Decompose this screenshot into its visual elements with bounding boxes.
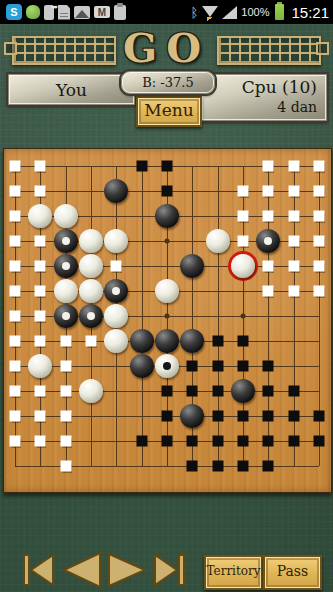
last-move-button[interactable] (151, 553, 187, 587)
black-territory-marker (212, 361, 223, 372)
white-territory-marker (314, 161, 325, 172)
white-territory-marker (10, 411, 21, 422)
white-territory-marker (314, 186, 325, 197)
white-territory-marker (10, 236, 21, 247)
white-stone (79, 254, 103, 278)
white-territory-marker (238, 186, 249, 197)
white-territory-marker (288, 211, 299, 222)
black-stone (180, 254, 204, 278)
black-territory-marker (187, 386, 198, 397)
black-territory-marker (288, 411, 299, 422)
white-territory-marker (111, 261, 122, 272)
white-territory-marker (314, 236, 325, 247)
black-territory-marker (263, 386, 274, 397)
black-territory-marker (162, 411, 173, 422)
black-territory-marker (212, 386, 223, 397)
black-territory-marker (187, 461, 198, 472)
white-territory-marker (60, 436, 71, 447)
hoshi-point (165, 239, 170, 244)
white-territory-marker (238, 211, 249, 222)
hoshi-point (165, 314, 170, 319)
black-territory-marker (162, 386, 173, 397)
black-stone (104, 179, 128, 203)
dead-stone-mark (87, 312, 95, 320)
black-territory-marker (212, 436, 223, 447)
dead-stone-mark (264, 237, 272, 245)
black-stone (155, 329, 179, 353)
white-stone (104, 329, 128, 353)
white-territory-marker (288, 286, 299, 297)
black-territory-marker (162, 186, 173, 197)
white-territory-marker (60, 411, 71, 422)
black-territory-marker (238, 336, 249, 347)
first-move-button[interactable] (21, 553, 57, 587)
black-stone-dead (54, 229, 78, 253)
black-stone-dead (104, 279, 128, 303)
black-territory-marker (136, 436, 147, 447)
white-territory-marker (10, 311, 21, 322)
white-territory-marker (10, 336, 21, 347)
white-stone (28, 354, 52, 378)
white-territory-marker (263, 186, 274, 197)
score-estimate: B: -37.5 (142, 75, 193, 90)
dead-stone-mark (62, 262, 70, 270)
dead-stone-mark (112, 287, 120, 295)
player-you-plaque: You (8, 74, 135, 105)
black-territory-marker (263, 361, 274, 372)
white-territory-marker (288, 236, 299, 247)
player-cpu-label: Cpu (10) (202, 77, 317, 98)
black-stone (155, 204, 179, 228)
white-stone (54, 279, 78, 303)
white-territory-marker (86, 336, 97, 347)
white-territory-marker (35, 386, 46, 397)
white-stone (28, 204, 52, 228)
player-cpu-rank: 4 dan (202, 98, 317, 117)
wifi-icon (202, 6, 218, 19)
score-estimate-plaque: B: -37.5 (121, 71, 215, 94)
white-territory-marker (35, 336, 46, 347)
black-stone-dead (54, 254, 78, 278)
black-territory-marker (288, 386, 299, 397)
white-territory-marker (10, 161, 21, 172)
territory-button[interactable]: Territory (204, 555, 263, 590)
black-territory-marker (238, 461, 249, 472)
white-territory-marker (10, 386, 21, 397)
last-move-bar (179, 555, 184, 585)
dead-stone-mark (62, 237, 70, 245)
player-you-label: You (56, 80, 87, 100)
white-territory-marker (238, 236, 249, 247)
white-territory-marker (263, 261, 274, 272)
black-stone (180, 404, 204, 428)
battery-percent: 100% (241, 6, 269, 18)
next-move-triangle (109, 554, 145, 586)
player-cpu-plaque: Cpu (10) 4 dan (201, 74, 327, 121)
black-territory-marker (136, 161, 147, 172)
white-territory-marker (60, 461, 71, 472)
black-stone-dead (54, 304, 78, 328)
hoshi-point (241, 314, 246, 319)
black-territory-marker (238, 436, 249, 447)
white-territory-marker (314, 211, 325, 222)
green-app-icon (26, 5, 40, 19)
battery-icon (275, 4, 284, 20)
menu-button[interactable]: Menu (136, 96, 202, 127)
white-territory-marker (35, 236, 46, 247)
previous-move-triangle (64, 553, 100, 587)
first-move-bar (24, 555, 29, 585)
white-territory-marker (263, 211, 274, 222)
white-territory-marker (10, 261, 21, 272)
black-territory-marker (212, 411, 223, 422)
white-territory-marker (263, 286, 274, 297)
signal-icon (222, 6, 237, 19)
white-territory-marker (35, 436, 46, 447)
white-stone-dead (155, 354, 179, 378)
black-territory-marker (162, 436, 173, 447)
black-stone-dead (79, 304, 103, 328)
white-territory-marker (60, 361, 71, 372)
white-territory-marker (60, 336, 71, 347)
white-territory-marker (10, 286, 21, 297)
black-territory-marker (212, 336, 223, 347)
white-territory-marker (60, 386, 71, 397)
pass-button[interactable]: Pass (263, 555, 322, 590)
black-territory-marker (212, 461, 223, 472)
white-territory-marker (263, 161, 274, 172)
gallery-icon (74, 6, 90, 19)
white-stone (79, 279, 103, 303)
white-stone-last-move (231, 254, 255, 278)
white-territory-marker (35, 186, 46, 197)
first-move-triangle (31, 555, 53, 585)
clipboard-icon (114, 5, 126, 20)
bluetooth-icon: ᛒ (191, 5, 199, 20)
black-territory-marker (162, 161, 173, 172)
black-territory-marker (288, 436, 299, 447)
white-stone (54, 204, 78, 228)
white-territory-marker (314, 261, 325, 272)
next-move-button[interactable] (106, 552, 148, 588)
black-territory-marker (238, 361, 249, 372)
black-territory-marker (187, 436, 198, 447)
last-move-triangle (155, 555, 177, 585)
black-territory-marker (238, 411, 249, 422)
dead-stone-mark (62, 312, 70, 320)
white-territory-marker (288, 161, 299, 172)
white-territory-marker (10, 436, 21, 447)
go-board[interactable] (3, 148, 332, 493)
white-territory-marker (35, 311, 46, 322)
white-territory-marker (35, 286, 46, 297)
black-territory-marker (314, 411, 325, 422)
black-territory-marker (263, 436, 274, 447)
white-stone (79, 379, 103, 403)
white-stone (206, 229, 230, 253)
white-territory-marker (288, 261, 299, 272)
phone-share-icon (44, 5, 54, 20)
white-stone (155, 279, 179, 303)
gmail-icon: M (94, 6, 110, 18)
dead-stone-mark (163, 362, 171, 370)
white-stone (104, 304, 128, 328)
skype-icon: S (6, 4, 22, 20)
sim-card-icon (58, 5, 70, 20)
clock: 15:21 (291, 4, 329, 21)
white-territory-marker (35, 411, 46, 422)
title-ornament-right (217, 36, 321, 65)
white-territory-marker (10, 211, 21, 222)
black-territory-marker (263, 411, 274, 422)
black-territory-marker (187, 361, 198, 372)
previous-move-button[interactable] (61, 551, 103, 589)
white-territory-marker (10, 186, 21, 197)
white-territory-marker (10, 361, 21, 372)
white-territory-marker (314, 286, 325, 297)
black-territory-marker (314, 436, 325, 447)
white-territory-marker (35, 261, 46, 272)
black-stone-dead (256, 229, 280, 253)
status-bar-notification-icons: S M (0, 4, 126, 20)
black-stone (130, 329, 154, 353)
status-bar: S M ᛒ 100% 15:21 (0, 0, 333, 24)
black-stone (231, 379, 255, 403)
white-territory-marker (35, 161, 46, 172)
white-territory-marker (288, 186, 299, 197)
white-stone (79, 229, 103, 253)
black-territory-marker (263, 461, 274, 472)
black-stone (180, 329, 204, 353)
status-bar-system-icons: ᛒ 100% 15:21 (191, 4, 333, 21)
white-stone (104, 229, 128, 253)
app-root: S M ᛒ 100% 15:21 GO You Cpu (10) 4 dan B… (0, 0, 333, 592)
black-stone (130, 354, 154, 378)
